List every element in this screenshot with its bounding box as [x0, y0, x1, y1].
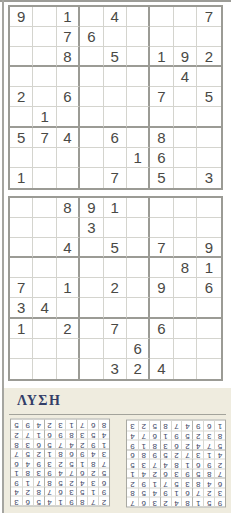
sudoku-cell-r6c8 — [174, 107, 197, 127]
sudoku-cell-r5c8 — [174, 87, 197, 107]
sudoku-cell-r6c2: 1 — [33, 107, 56, 127]
sudoku-cell-r8c3: 3 — [76, 430, 87, 440]
sudoku-cell-r6c3: 3 — [192, 450, 203, 460]
sudoku-cell-r7c1: 5 — [214, 440, 225, 450]
sudoku-cell-r3c6: 7 — [160, 478, 171, 488]
sudoku-cell-r6c2: 4 — [87, 449, 98, 459]
sudoku-cell-r8c1 — [10, 148, 33, 168]
sudoku-cell-r5c6 — [127, 87, 150, 107]
sudoku-cell-r1c1: 9 — [10, 7, 33, 27]
sudoku-cell-r1c7: 5 — [33, 496, 44, 506]
sudoku-cell-r3c1 — [10, 238, 33, 258]
sudoku-cell-r4c4 — [80, 67, 103, 87]
sudoku-cell-r2c1 — [10, 218, 33, 238]
sudoku-cell-r8c2: 5 — [87, 430, 98, 440]
sudoku-cell-r1c6: 2 — [160, 497, 171, 507]
sudoku-cell-r2c8: 2 — [22, 487, 33, 497]
sudoku-cell-r6c3: 9 — [76, 449, 87, 459]
sudoku-cell-r6c1: 3 — [98, 449, 109, 459]
sudoku-cell-r2c5 — [104, 27, 127, 47]
sudoku-cell-r6c8: 5 — [22, 449, 33, 459]
sudoku-cell-r2c7 — [150, 27, 173, 47]
sudoku-cell-r6c4: 6 — [65, 449, 76, 459]
sudoku-cell-r7c9 — [197, 319, 220, 339]
sudoku-cell-r7c5: 7 — [104, 319, 127, 339]
sudoku-cell-r7c3: 4 — [57, 128, 80, 148]
sudoku-cell-r5c3: 1 — [57, 278, 80, 298]
sudoku-cell-r3c6 — [127, 238, 150, 258]
sudoku-cell-r1c4 — [80, 7, 103, 27]
sudoku-cell-r4c1: 5 — [98, 468, 109, 478]
sudoku-cell-r5c5: 2 — [104, 278, 127, 298]
sudoku-cell-r5c6: 3 — [44, 458, 55, 468]
sudoku-cell-r1c1: 2 — [98, 496, 109, 506]
sudoku-cell-r9c7: 4 — [150, 359, 173, 379]
sudoku-cell-r7c3: 2 — [57, 319, 80, 339]
sudoku-cell-r1c3: 8 — [76, 496, 87, 506]
sudoku-cell-r3c3: 4 — [57, 238, 80, 258]
sudoku-cell-r6c1: 4 — [214, 450, 225, 460]
sudoku-cell-r1c2: 5 — [203, 497, 214, 507]
sudoku-cell-r4c2: 8 — [203, 469, 214, 479]
sudoku-cell-r8c3 — [57, 339, 80, 359]
sudoku-cell-r4c2 — [33, 258, 56, 278]
sudoku-cell-r6c6: 5 — [160, 450, 171, 460]
sudoku-cell-r2c6: 7 — [44, 487, 55, 497]
sudoku-cell-r9c6 — [127, 168, 150, 188]
sudoku-cell-r8c5 — [104, 339, 127, 359]
sudoku-cell-r3c7: 1 — [149, 478, 160, 488]
sudoku-cell-r1c9: 7 — [127, 497, 138, 507]
sudoku-cell-r4c7: 2 — [149, 469, 160, 479]
sudoku-cell-r2c7: 8 — [33, 487, 44, 497]
sudoku-cell-r3c3: 8 — [57, 47, 80, 67]
sudoku-cell-r4c9: 1 — [11, 468, 22, 478]
sudoku-cell-r5c7: 7 — [149, 459, 160, 469]
sudoku-cell-r3c5: 5 — [104, 238, 127, 258]
sudoku-cell-r5c2 — [33, 278, 56, 298]
sudoku-cell-r7c7: 8 — [149, 440, 160, 450]
sudoku-cell-r2c9 — [197, 218, 220, 238]
sudoku-cell-r2c3: 7 — [192, 488, 203, 498]
sudoku-cell-r9c4: 1 — [65, 420, 76, 430]
sudoku-cell-r6c9 — [197, 298, 220, 318]
sudoku-cell-r4c3: 5 — [192, 469, 203, 479]
sudoku-cell-r3c9: 9 — [197, 238, 220, 258]
sudoku-cell-r9c1: 8 — [98, 420, 109, 430]
sudoku-cell-r8c1: 8 — [214, 431, 225, 441]
sudoku-cell-r3c4 — [80, 238, 103, 258]
sudoku-cell-r6c4 — [80, 298, 103, 318]
sudoku-cell-r2c1 — [10, 27, 33, 47]
sudoku-cell-r8c5: 9 — [171, 431, 182, 441]
sudoku-cell-r8c4: 5 — [181, 431, 192, 441]
sudoku-cell-r2c4: 6 — [181, 488, 192, 498]
sudoku-cell-r7c8: 1 — [138, 440, 149, 450]
sudoku-cell-r1c6 — [127, 7, 150, 27]
sudoku-cell-r6c7 — [150, 107, 173, 127]
sudoku-cell-r5c8: 4 — [22, 458, 33, 468]
sudoku-cell-r1c2 — [33, 198, 56, 218]
sudoku-cell-r2c6 — [127, 218, 150, 238]
sudoku-cell-r8c8 — [174, 339, 197, 359]
sudoku-cell-r4c3 — [57, 258, 80, 278]
sudoku-cell-r9c4: 4 — [181, 421, 192, 431]
sudoku-cell-r2c5: 6 — [55, 487, 66, 497]
solutions-panel: ΛΥΣΗ 27891456391536782463425871952674938… — [4, 388, 231, 513]
sudoku-cell-r3c4 — [80, 47, 103, 67]
sudoku-cell-r7c4 — [80, 128, 103, 148]
sudoku-cell-r1c4: 9 — [80, 198, 103, 218]
sudoku-cell-r4c7 — [150, 258, 173, 278]
sudoku-cell-r8c4 — [80, 339, 103, 359]
sudoku-cell-r6c4: 7 — [181, 450, 192, 460]
sudoku-cell-r6c1: 3 — [10, 298, 33, 318]
sudoku-cell-r3c2: 4 — [203, 478, 214, 488]
sudoku-cell-r5c1: 2 — [214, 459, 225, 469]
sudoku-cell-r8c7: 6 — [150, 148, 173, 168]
sudoku-cell-r7c3: 2 — [76, 439, 87, 449]
sudoku-cell-r4c6 — [127, 258, 150, 278]
sudoku-cell-r3c2: 3 — [87, 477, 98, 487]
sudoku-cell-r1c9 — [197, 198, 220, 218]
sudoku-cell-r5c5 — [104, 87, 127, 107]
sudoku-cell-r5c3: 1 — [76, 458, 87, 468]
sudoku-cell-r3c2 — [33, 47, 56, 67]
sudoku-cell-r8c4: 8 — [65, 430, 76, 440]
sudoku-cell-r3c3: 4 — [76, 477, 87, 487]
sudoku-cell-r9c5: 3 — [55, 420, 66, 430]
sudoku-cell-r3c6 — [127, 47, 150, 67]
sudoku-cell-r6c6: 1 — [44, 449, 55, 459]
page-top-rule — [0, 0, 231, 2]
solution-grid-puzzle-2-rotated: 2789145639153678246342587195267493817815… — [10, 419, 110, 507]
sudoku-cell-r9c7: 4 — [33, 420, 44, 430]
sudoku-cell-r2c2 — [33, 27, 56, 47]
sudoku-cell-r7c3: 4 — [192, 440, 203, 450]
sudoku-cell-r2c8 — [174, 218, 197, 238]
sudoku-cell-r9c4 — [80, 168, 103, 188]
sudoku-cell-r2c9: 8 — [127, 488, 138, 498]
sudoku-cell-r6c5: 2 — [171, 450, 182, 460]
sudoku-cell-r6c6 — [127, 107, 150, 127]
sudoku-cell-r4c3: 6 — [76, 468, 87, 478]
sudoku-cell-r7c1: 1 — [10, 319, 33, 339]
sudoku-cell-r5c8 — [174, 278, 197, 298]
sudoku-cell-r9c5: 3 — [104, 359, 127, 379]
sudoku-cell-r4c4: 9 — [181, 469, 192, 479]
sudoku-cell-r7c8 — [174, 128, 197, 148]
sudoku-cell-r4c9: 1 — [127, 469, 138, 479]
sudoku-cell-r4c9 — [197, 67, 220, 87]
sudoku-cell-r3c1 — [10, 47, 33, 67]
sudoku-cell-r9c2: 6 — [87, 420, 98, 430]
sudoku-cell-r3c3: 8 — [192, 478, 203, 488]
sudoku-cell-r7c2: 7 — [33, 128, 56, 148]
sudoku-cell-r2c3 — [57, 218, 80, 238]
sudoku-cell-r2c8 — [174, 27, 197, 47]
sudoku-cell-r7c2: 7 — [203, 440, 214, 450]
sudoku-cell-r9c4 — [80, 359, 103, 379]
sudoku-cell-r9c2 — [33, 168, 56, 188]
sudoku-cell-r7c6: 5 — [44, 439, 55, 449]
sudoku-cell-r4c1 — [10, 258, 33, 278]
sudoku-cell-r7c5: 7 — [55, 439, 66, 449]
sudoku-cell-r8c6: 1 — [160, 431, 171, 441]
sudoku-cell-r5c4: 5 — [65, 458, 76, 468]
sudoku-cell-r1c4: 8 — [181, 497, 192, 507]
sudoku-cell-r4c6: 9 — [44, 468, 55, 478]
sudoku-cell-r8c1 — [10, 339, 33, 359]
sudoku-cell-r7c5: 6 — [171, 440, 182, 450]
sudoku-cell-r6c5 — [104, 298, 127, 318]
sudoku-cell-r6c7: 9 — [149, 450, 160, 460]
sudoku-cell-r7c6 — [127, 128, 150, 148]
sudoku-cell-r1c3: 1 — [192, 497, 203, 507]
sudoku-cell-r7c4: 4 — [65, 439, 76, 449]
sudoku-cell-r3c2 — [33, 238, 56, 258]
sudoku-cell-r2c8: 5 — [138, 488, 149, 498]
sudoku-cell-r1c7 — [150, 7, 173, 27]
sudoku-cell-r8c9 — [197, 339, 220, 359]
sudoku-cell-r7c7: 6 — [33, 439, 44, 449]
sudoku-cell-r8c8 — [174, 148, 197, 168]
sudoku-cell-r2c6 — [127, 27, 150, 47]
magazine-page: 9147768519242675157468161753 89134579817… — [0, 0, 231, 513]
sudoku-cell-r5c1: 7 — [10, 278, 33, 298]
sudoku-cell-r5c7: 7 — [150, 87, 173, 107]
sudoku-cell-r4c8: 4 — [138, 469, 149, 479]
sudoku-cell-r8c8: 7 — [138, 431, 149, 441]
sudoku-cell-r6c1 — [10, 107, 33, 127]
sudoku-cell-r4c5: 4 — [55, 468, 66, 478]
sudoku-cell-r1c8 — [174, 7, 197, 27]
sudoku-cell-r2c3: 7 — [57, 27, 80, 47]
sudoku-cell-r1c5: 1 — [55, 496, 66, 506]
sudoku-cell-r5c4: 1 — [181, 459, 192, 469]
sudoku-cell-r4c8: 8 — [174, 258, 197, 278]
sudoku-puzzle-2: 8913457981712963412766324 — [8, 196, 223, 381]
sudoku-cell-r9c6: 8 — [160, 421, 171, 431]
sudoku-cell-r6c8: 8 — [138, 450, 149, 460]
sudoku-cell-r8c3 — [57, 148, 80, 168]
sudoku-cell-r9c9: 5 — [11, 420, 22, 430]
sudoku-cell-r1c5: 4 — [171, 497, 182, 507]
sudoku-cell-r6c9: 6 — [127, 450, 138, 460]
sudoku-cell-r7c6 — [127, 319, 150, 339]
sudoku-cell-r5c3: 6 — [57, 87, 80, 107]
sudoku-cell-r5c9: 5 — [197, 87, 220, 107]
sudoku-cell-r5c5: 8 — [171, 459, 182, 469]
sudoku-cell-r5c8: 3 — [138, 459, 149, 469]
sudoku-cell-r1c4: 9 — [65, 496, 76, 506]
solutions-title-rule — [9, 414, 226, 415]
sudoku-cell-r6c3 — [57, 107, 80, 127]
sudoku-cell-r9c9: 3 — [197, 168, 220, 188]
sudoku-cell-r3c7: 7 — [33, 477, 44, 487]
sudoku-cell-r6c7 — [150, 298, 173, 318]
sudoku-cell-r8c2 — [33, 148, 56, 168]
sudoku-cell-r2c5 — [104, 218, 127, 238]
sudoku-cell-r5c3: 6 — [192, 459, 203, 469]
sudoku-cell-r4c4 — [80, 258, 103, 278]
sudoku-cell-r9c3: 9 — [192, 421, 203, 431]
sudoku-cell-r1c5: 1 — [104, 198, 127, 218]
sudoku-cell-r8c1: 4 — [98, 430, 109, 440]
sudoku-cell-r9c1 — [10, 359, 33, 379]
sudoku-cell-r6c5: 8 — [55, 449, 66, 459]
solutions-title: ΛΥΣΗ — [17, 393, 61, 409]
sudoku-cell-r4c7 — [150, 67, 173, 87]
sudoku-cell-r6c2: 4 — [33, 298, 56, 318]
sudoku-cell-r7c8 — [174, 319, 197, 339]
sudoku-cell-r3c8: 9 — [174, 47, 197, 67]
sudoku-cell-r2c1: 3 — [214, 488, 225, 498]
sudoku-cell-r9c1: 1 — [10, 168, 33, 188]
sudoku-cell-r8c7 — [150, 339, 173, 359]
sudoku-cell-r7c9 — [197, 128, 220, 148]
sudoku-cell-r3c1: 6 — [214, 478, 225, 488]
sudoku-cell-r5c1: 7 — [98, 458, 109, 468]
sudoku-cell-r2c4: 3 — [80, 218, 103, 238]
sudoku-cell-r2c9 — [197, 27, 220, 47]
sudoku-cell-r6c8 — [174, 298, 197, 318]
sudoku-cell-r4c8: 4 — [174, 67, 197, 87]
sudoku-cell-r3c1: 6 — [98, 477, 109, 487]
sudoku-cell-r5c4 — [80, 87, 103, 107]
sudoku-cell-r3c4: 3 — [181, 478, 192, 488]
sudoku-cell-r4c3 — [57, 67, 80, 87]
sudoku-cell-r6c4 — [80, 107, 103, 127]
sudoku-cell-r8c6: 6 — [127, 339, 150, 359]
sudoku-cell-r7c4 — [80, 319, 103, 339]
sudoku-cell-r8c2 — [33, 339, 56, 359]
sudoku-cell-r1c8: 6 — [22, 496, 33, 506]
sudoku-cell-r1c5: 4 — [104, 7, 127, 27]
sudoku-puzzle-1: 9147768519242675157468161753 — [8, 5, 223, 190]
sudoku-cell-r1c2 — [33, 7, 56, 27]
sudoku-cell-r2c9: 4 — [11, 487, 22, 497]
sudoku-cell-r4c1: 7 — [214, 469, 225, 479]
sudoku-cell-r3c8: 9 — [138, 478, 149, 488]
sudoku-cell-r1c6: 4 — [44, 496, 55, 506]
sudoku-cell-r9c3: 7 — [76, 420, 87, 430]
sudoku-cell-r5c2: 8 — [87, 458, 98, 468]
sudoku-cell-r3c8: 1 — [22, 477, 33, 487]
sudoku-cell-r7c7: 8 — [150, 128, 173, 148]
sudoku-cell-r4c7: 3 — [33, 468, 44, 478]
sudoku-cell-r7c1: 1 — [98, 439, 109, 449]
sudoku-cell-r4c5 — [104, 258, 127, 278]
sudoku-cell-r9c8 — [174, 359, 197, 379]
sudoku-cell-r3c9: 9 — [11, 477, 22, 487]
sudoku-cell-r9c6: 2 — [44, 420, 55, 430]
sudoku-cell-r1c1: 9 — [214, 497, 225, 507]
sudoku-cell-r9c7: 5 — [149, 421, 160, 431]
sudoku-cell-r8c7: 1 — [33, 430, 44, 440]
sudoku-cell-r8c8: 7 — [22, 430, 33, 440]
sudoku-cell-r1c1 — [10, 198, 33, 218]
sudoku-cell-r8c3: 2 — [192, 431, 203, 441]
sudoku-cell-r7c5: 6 — [104, 128, 127, 148]
sudoku-cell-r2c7 — [150, 218, 173, 238]
sudoku-cell-r1c8 — [174, 198, 197, 218]
sudoku-cell-r9c8 — [174, 168, 197, 188]
sudoku-cell-r4c6 — [127, 67, 150, 87]
sudoku-cell-r7c9: 8 — [11, 439, 22, 449]
sudoku-cell-r6c3 — [57, 298, 80, 318]
sudoku-cell-r5c7: 9 — [150, 278, 173, 298]
sudoku-cell-r9c8: 2 — [138, 421, 149, 431]
sudoku-cell-r2c2 — [33, 218, 56, 238]
sudoku-cell-r7c8: 3 — [22, 439, 33, 449]
sudoku-cell-r7c4: 2 — [181, 440, 192, 450]
sudoku-cell-r5c2 — [33, 87, 56, 107]
sudoku-cell-r4c9: 1 — [197, 258, 220, 278]
sudoku-cell-r2c3: 5 — [76, 487, 87, 497]
sudoku-cell-r9c1: 1 — [214, 421, 225, 431]
sudoku-cell-r1c9: 3 — [11, 496, 22, 506]
sudoku-cell-r7c2 — [33, 319, 56, 339]
sudoku-cell-r5c6 — [127, 278, 150, 298]
sudoku-cell-r8c5: 9 — [55, 430, 66, 440]
sudoku-cell-r4c2: 2 — [87, 468, 98, 478]
sudoku-cell-r8c9: 2 — [11, 430, 22, 440]
sudoku-cell-r8c2: 3 — [203, 431, 214, 441]
sudoku-cell-r2c1: 9 — [98, 487, 109, 497]
sudoku-cell-r3c6: 8 — [44, 477, 55, 487]
sudoku-cell-r8c6: 6 — [44, 430, 55, 440]
sudoku-cell-r2c5: 1 — [171, 488, 182, 498]
sudoku-cell-r6c7: 2 — [33, 449, 44, 459]
sudoku-cell-r8c4 — [80, 148, 103, 168]
sudoku-cell-r5c9: 6 — [11, 458, 22, 468]
sudoku-cell-r3c8 — [174, 238, 197, 258]
sudoku-cell-r7c9: 9 — [127, 440, 138, 450]
sudoku-cell-r7c1: 5 — [10, 128, 33, 148]
sudoku-cell-r6c2: 1 — [203, 450, 214, 460]
sudoku-cell-r9c5: 7 — [104, 168, 127, 188]
sudoku-cell-r2c4: 3 — [65, 487, 76, 497]
solution-grid-puzzle-1-rotated: 9518423673276194586483571927859362412961… — [126, 420, 226, 508]
sudoku-cell-r5c9: 5 — [127, 459, 138, 469]
sudoku-cell-r9c9: 3 — [127, 421, 138, 431]
sudoku-cell-r3c9: 2 — [127, 478, 138, 488]
sudoku-cell-r1c7: 3 — [149, 497, 160, 507]
sudoku-cell-r3c7: 7 — [150, 238, 173, 258]
sudoku-cell-r8c5 — [104, 148, 127, 168]
sudoku-cell-r3c7: 1 — [150, 47, 173, 67]
sudoku-cell-r9c3 — [57, 359, 80, 379]
sudoku-cell-r6c9: 7 — [11, 449, 22, 459]
sudoku-cell-r9c8: 9 — [22, 420, 33, 430]
sudoku-cell-r8c9 — [197, 148, 220, 168]
sudoku-cell-r8c7: 6 — [149, 431, 160, 441]
sudoku-cell-r2c4: 6 — [80, 27, 103, 47]
sudoku-cell-r2c6: 9 — [160, 488, 171, 498]
sudoku-cell-r6c9 — [197, 107, 220, 127]
sudoku-cell-r1c3: 1 — [57, 7, 80, 27]
sudoku-cell-r1c2: 7 — [87, 496, 98, 506]
sudoku-cell-r8c9: 4 — [127, 431, 138, 441]
sudoku-cell-r3c4: 2 — [65, 477, 76, 487]
sudoku-cell-r9c3 — [57, 168, 80, 188]
sudoku-cell-r5c7: 9 — [33, 458, 44, 468]
sudoku-cell-r1c3: 8 — [57, 198, 80, 218]
sudoku-cell-r8c6: 1 — [127, 148, 150, 168]
sudoku-cell-r3c9: 2 — [197, 47, 220, 67]
sudoku-cell-r3c5: 5 — [55, 477, 66, 487]
